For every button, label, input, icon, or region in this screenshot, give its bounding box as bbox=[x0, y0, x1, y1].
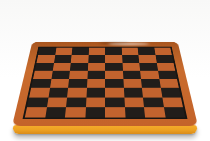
board-square bbox=[88, 55, 105, 63]
board-square bbox=[105, 63, 123, 71]
board-square bbox=[70, 63, 88, 71]
board-square bbox=[48, 88, 68, 97]
board-square bbox=[158, 71, 177, 79]
board-square bbox=[123, 71, 141, 79]
board-square bbox=[123, 79, 142, 88]
board-square bbox=[87, 71, 105, 79]
board-square bbox=[156, 63, 175, 71]
board-square bbox=[38, 48, 56, 55]
board-square bbox=[159, 79, 179, 88]
board-square bbox=[122, 63, 140, 71]
board-square bbox=[72, 48, 89, 55]
board-square bbox=[141, 79, 160, 88]
board-square bbox=[35, 63, 54, 71]
board-square bbox=[163, 107, 185, 117]
board-square bbox=[50, 79, 69, 88]
board-square bbox=[155, 55, 173, 63]
pieces-row: ♟♜♞♝♛♚♚♛♝♞♜♟ bbox=[0, 0, 210, 45]
board-square bbox=[65, 107, 86, 117]
board-square bbox=[86, 97, 105, 107]
board-square bbox=[105, 107, 125, 117]
board-square bbox=[85, 107, 105, 117]
board-square bbox=[29, 88, 49, 97]
board-square bbox=[105, 97, 124, 107]
board-square bbox=[45, 107, 66, 117]
board-square bbox=[123, 88, 142, 97]
board-square bbox=[105, 79, 123, 88]
board-square bbox=[144, 107, 165, 117]
board-square bbox=[105, 48, 122, 55]
board-square bbox=[138, 55, 156, 63]
chess-board bbox=[12, 41, 198, 126]
board-square bbox=[122, 55, 140, 63]
board-square bbox=[71, 55, 89, 63]
gloss-highlight bbox=[108, 43, 149, 45]
board-square bbox=[105, 55, 122, 63]
board-square bbox=[27, 97, 48, 107]
board-square bbox=[51, 71, 70, 79]
board-square bbox=[160, 88, 180, 97]
board-square bbox=[25, 107, 47, 117]
board-square bbox=[37, 55, 55, 63]
board-square bbox=[140, 71, 159, 79]
board-square bbox=[86, 88, 105, 97]
board-square bbox=[105, 88, 124, 97]
board-square bbox=[68, 79, 87, 88]
board-square bbox=[142, 88, 162, 97]
board-square bbox=[124, 107, 145, 117]
board-square bbox=[124, 97, 144, 107]
board-square bbox=[69, 71, 87, 79]
board-square bbox=[154, 48, 172, 55]
board-squares bbox=[23, 47, 188, 119]
board-square bbox=[87, 63, 105, 71]
board-square bbox=[87, 79, 105, 88]
board-square bbox=[138, 48, 155, 55]
board-square bbox=[55, 48, 72, 55]
board-square bbox=[139, 63, 157, 71]
board-face bbox=[12, 42, 198, 126]
board-square bbox=[31, 79, 51, 88]
board-square bbox=[88, 48, 105, 55]
board-side-edge bbox=[13, 125, 197, 134]
board-square bbox=[162, 97, 183, 107]
board-square bbox=[67, 88, 86, 97]
board-square bbox=[52, 63, 70, 71]
board-square bbox=[47, 97, 68, 107]
board-square bbox=[54, 55, 72, 63]
chess-set-product-photo: ♟♜♞♝♛♚♚♛♝♞♜♟ bbox=[0, 0, 210, 141]
board-square bbox=[66, 97, 86, 107]
board-square bbox=[33, 71, 52, 79]
board-square bbox=[105, 71, 123, 79]
board-square bbox=[121, 48, 138, 55]
board-square bbox=[143, 97, 164, 107]
